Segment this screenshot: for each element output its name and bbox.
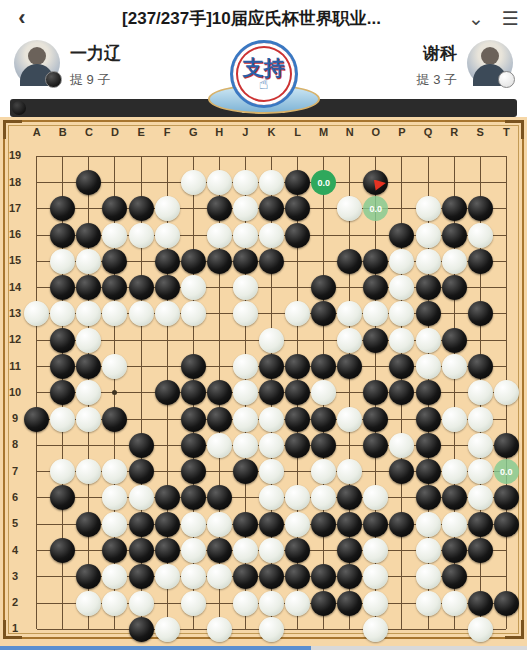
- row-label: 10: [2, 386, 28, 398]
- white-stone: [416, 538, 441, 563]
- black-stone: [363, 328, 388, 353]
- black-stone: [50, 485, 75, 510]
- column-label: E: [132, 126, 150, 138]
- row-label: 5: [2, 517, 28, 529]
- white-stone: [102, 223, 127, 248]
- column-label: T: [497, 126, 515, 138]
- white-stone: [337, 328, 362, 353]
- white-stone: [102, 354, 127, 379]
- white-stone: [129, 591, 154, 616]
- white-stone: [442, 354, 467, 379]
- eval-marker: 0.0: [311, 170, 336, 195]
- black-stone: [311, 591, 336, 616]
- column-label: C: [80, 126, 98, 138]
- black-stone: [181, 407, 206, 432]
- black-stone: [129, 459, 154, 484]
- white-stone: [181, 538, 206, 563]
- page-title: [237/237手]10届应氏杯世界职业...: [44, 7, 459, 30]
- black-stone: [416, 380, 441, 405]
- black-stone: [181, 485, 206, 510]
- black-stone: [442, 223, 467, 248]
- replay-scrubber[interactable]: [0, 646, 527, 650]
- black-stone: [416, 407, 441, 432]
- black-stone: [207, 407, 232, 432]
- black-stone: [102, 538, 127, 563]
- black-player-captures: 提 9 子: [70, 71, 121, 89]
- black-stone: [285, 380, 310, 405]
- white-stone: [494, 380, 519, 405]
- white-stone: [207, 617, 232, 642]
- white-stone: [259, 407, 284, 432]
- white-stone-badge: [498, 71, 515, 88]
- black-stone: [416, 433, 441, 458]
- white-stone: [285, 591, 310, 616]
- black-stone: [285, 223, 310, 248]
- black-stone: [50, 538, 75, 563]
- black-stone: [233, 249, 258, 274]
- white-stone: [259, 485, 284, 510]
- black-stone: [416, 485, 441, 510]
- black-stone: [311, 407, 336, 432]
- white-stone: [102, 485, 127, 510]
- white-stone: [259, 617, 284, 642]
- black-player: 一力辽 提 9 子: [14, 40, 121, 89]
- row-label: 15: [2, 254, 28, 266]
- white-stone: [468, 459, 493, 484]
- white-stone: [102, 591, 127, 616]
- black-stone: [259, 512, 284, 537]
- back-icon[interactable]: ‹: [0, 0, 44, 36]
- black-stone: [311, 354, 336, 379]
- white-stone: [76, 407, 101, 432]
- support-logo: 支持 ☝: [209, 40, 319, 114]
- white-stone: [416, 223, 441, 248]
- goban[interactable]: ABCDEFGHJKLMNOPQRST191817161514131211109…: [0, 117, 527, 646]
- black-stone: [50, 380, 75, 405]
- black-stone: [155, 485, 180, 510]
- black-stone: [389, 459, 414, 484]
- white-stone: [233, 170, 258, 195]
- column-label: D: [106, 126, 124, 138]
- eval-marker: 0.0: [494, 459, 519, 484]
- black-stone: [155, 538, 180, 563]
- black-stone: [337, 485, 362, 510]
- black-stone: [50, 275, 75, 300]
- black-stone: [363, 275, 388, 300]
- eval-marker: 0.0: [363, 196, 388, 221]
- black-stone: [389, 354, 414, 379]
- black-stone: [285, 538, 310, 563]
- black-stone: [468, 538, 493, 563]
- white-stone: [389, 433, 414, 458]
- white-player-name: 谢科: [417, 42, 457, 65]
- black-stone: [207, 538, 232, 563]
- black-stone: [233, 564, 258, 589]
- white-stone: [50, 459, 75, 484]
- star-point: [112, 390, 117, 395]
- column-label: B: [54, 126, 72, 138]
- row-label: 2: [2, 596, 28, 608]
- black-stone: [442, 328, 467, 353]
- row-label: 18: [2, 176, 28, 188]
- black-stone: [468, 512, 493, 537]
- black-stone: [155, 275, 180, 300]
- column-label: P: [393, 126, 411, 138]
- black-stone: [233, 459, 258, 484]
- white-stone: [337, 301, 362, 326]
- white-stone: [468, 380, 493, 405]
- black-stone: [129, 564, 154, 589]
- white-stone: [181, 564, 206, 589]
- black-stone: [207, 249, 232, 274]
- black-stone: [207, 196, 232, 221]
- white-stone: [416, 249, 441, 274]
- white-stone: [102, 301, 127, 326]
- row-label: 14: [2, 281, 28, 293]
- white-stone: [207, 564, 232, 589]
- white-stone: [233, 407, 258, 432]
- black-stone: [259, 249, 284, 274]
- black-stone: [181, 249, 206, 274]
- black-stone: [363, 433, 388, 458]
- black-stone: [50, 196, 75, 221]
- white-stone: [468, 407, 493, 432]
- black-stone: [181, 354, 206, 379]
- white-stone: [259, 538, 284, 563]
- row-label: 17: [2, 202, 28, 214]
- black-stone: [442, 196, 467, 221]
- black-stone: [76, 223, 101, 248]
- white-stone: [285, 485, 310, 510]
- progress-stone-icon: [12, 101, 26, 115]
- black-stone: [494, 485, 519, 510]
- white-stone: [363, 564, 388, 589]
- column-label: H: [210, 126, 228, 138]
- white-stone: [416, 512, 441, 537]
- row-label: 7: [2, 465, 28, 477]
- black-stone: [389, 512, 414, 537]
- black-stone: [24, 407, 49, 432]
- black-stone: [363, 407, 388, 432]
- white-stone: [50, 407, 75, 432]
- black-stone: [181, 380, 206, 405]
- black-stone: [285, 433, 310, 458]
- black-stone-badge: [45, 71, 62, 88]
- white-stone: [207, 433, 232, 458]
- black-stone: [129, 617, 154, 642]
- black-stone: [76, 512, 101, 537]
- black-stone: [129, 512, 154, 537]
- black-stone: [285, 170, 310, 195]
- white-stone: [442, 591, 467, 616]
- white-stone: [416, 354, 441, 379]
- board-area: ABCDEFGHJKLMNOPQRST191817161514131211109…: [0, 117, 527, 646]
- black-stone: [468, 354, 493, 379]
- black-stone: [181, 459, 206, 484]
- row-label: 6: [2, 491, 28, 503]
- white-stone: [311, 380, 336, 405]
- menu-icon[interactable]: ☰: [493, 7, 527, 30]
- white-stone: [337, 196, 362, 221]
- black-stone: [76, 275, 101, 300]
- black-stone: [76, 564, 101, 589]
- black-player-name: 一力辽: [70, 42, 121, 65]
- black-stone: [76, 170, 101, 195]
- white-stone: [416, 564, 441, 589]
- white-player-captures: 提 3 子: [417, 71, 457, 89]
- column-label: Q: [419, 126, 437, 138]
- white-stone: [363, 301, 388, 326]
- black-stone: [285, 407, 310, 432]
- black-stone: [129, 433, 154, 458]
- row-label: 4: [2, 544, 28, 556]
- black-stone: [233, 512, 258, 537]
- white-stone: [102, 459, 127, 484]
- column-label: F: [158, 126, 176, 138]
- row-label: 19: [2, 149, 28, 161]
- white-stone: [155, 564, 180, 589]
- black-stone: [337, 512, 362, 537]
- black-stone: [416, 459, 441, 484]
- white-stone: [259, 459, 284, 484]
- white-stone: [389, 249, 414, 274]
- column-label: K: [263, 126, 281, 138]
- black-stone: [259, 564, 284, 589]
- column-label: R: [445, 126, 463, 138]
- black-stone: [285, 564, 310, 589]
- white-stone: [76, 328, 101, 353]
- white-stone: [155, 301, 180, 326]
- row-label: 1: [2, 622, 28, 634]
- black-stone: [50, 328, 75, 353]
- black-stone: [207, 485, 232, 510]
- black-stone: [468, 196, 493, 221]
- white-stone: [259, 328, 284, 353]
- white-stone: [337, 407, 362, 432]
- black-stone: [494, 433, 519, 458]
- column-label: G: [184, 126, 202, 138]
- white-stone: [285, 512, 310, 537]
- black-stone: [494, 591, 519, 616]
- black-stone: [102, 275, 127, 300]
- black-stone: [468, 301, 493, 326]
- column-label: S: [471, 126, 489, 138]
- white-stone: [259, 591, 284, 616]
- black-stone: [102, 249, 127, 274]
- white-stone: [363, 591, 388, 616]
- black-stone: [50, 354, 75, 379]
- white-stone: [181, 591, 206, 616]
- black-stone: [442, 275, 467, 300]
- black-stone: [468, 249, 493, 274]
- white-stone: [102, 512, 127, 537]
- white-stone: [233, 354, 258, 379]
- black-player-avatar: [14, 40, 60, 86]
- hand-icon: ☝: [259, 74, 269, 93]
- black-stone: [442, 485, 467, 510]
- black-stone: [102, 407, 127, 432]
- white-stone: [233, 380, 258, 405]
- black-stone: [363, 512, 388, 537]
- column-label: A: [28, 126, 46, 138]
- white-stone: [233, 223, 258, 248]
- white-stone: [76, 301, 101, 326]
- white-stone: [207, 512, 232, 537]
- white-stone: [363, 617, 388, 642]
- white-stone: [233, 591, 258, 616]
- black-stone: [468, 591, 493, 616]
- white-stone: [416, 328, 441, 353]
- white-stone: [129, 301, 154, 326]
- white-stone: [416, 591, 441, 616]
- black-stone: [285, 196, 310, 221]
- black-stone: [155, 249, 180, 274]
- white-stone: [129, 223, 154, 248]
- black-stone: [337, 564, 362, 589]
- white-stone: [129, 485, 154, 510]
- white-player-avatar: [467, 40, 513, 86]
- white-stone: [442, 407, 467, 432]
- white-stone: [442, 512, 467, 537]
- white-stone: [24, 301, 49, 326]
- black-stone: [129, 275, 154, 300]
- white-stone: [389, 328, 414, 353]
- row-label: 3: [2, 570, 28, 582]
- black-stone: [494, 512, 519, 537]
- white-stone: [468, 223, 493, 248]
- column-label: L: [289, 126, 307, 138]
- black-stone: [259, 354, 284, 379]
- white-stone: [155, 617, 180, 642]
- black-stone: [259, 380, 284, 405]
- top-bar: ‹ [237/237手]10届应氏杯世界职业... ⌄ ☰: [0, 0, 527, 36]
- black-stone: [389, 223, 414, 248]
- white-stone: [442, 249, 467, 274]
- black-stone: [416, 275, 441, 300]
- black-stone: [311, 275, 336, 300]
- white-stone: [468, 485, 493, 510]
- black-stone: [311, 564, 336, 589]
- black-stone: [155, 380, 180, 405]
- white-stone: [207, 170, 232, 195]
- white-stone: [207, 223, 232, 248]
- black-stone: [311, 512, 336, 537]
- black-stone: [129, 196, 154, 221]
- white-stone: [181, 512, 206, 537]
- black-stone: [363, 380, 388, 405]
- black-stone: [337, 354, 362, 379]
- black-stone: [102, 196, 127, 221]
- white-stone: [155, 196, 180, 221]
- white-stone: [233, 538, 258, 563]
- black-stone: [363, 249, 388, 274]
- black-stone: [311, 433, 336, 458]
- black-stone: [155, 512, 180, 537]
- row-label: 12: [2, 333, 28, 345]
- black-stone: [337, 591, 362, 616]
- black-stone: [129, 538, 154, 563]
- white-stone: [102, 564, 127, 589]
- white-stone: [181, 301, 206, 326]
- column-label: O: [367, 126, 385, 138]
- white-stone: [76, 591, 101, 616]
- white-stone: [442, 459, 467, 484]
- black-stone: [337, 249, 362, 274]
- white-player: 谢科 提 3 子: [417, 40, 513, 89]
- white-stone: [233, 196, 258, 221]
- white-stone: [468, 617, 493, 642]
- white-stone: [389, 275, 414, 300]
- white-stone: [50, 249, 75, 274]
- black-stone: [442, 538, 467, 563]
- white-stone: [155, 223, 180, 248]
- black-stone: [442, 564, 467, 589]
- black-stone: [259, 196, 284, 221]
- column-label: N: [341, 126, 359, 138]
- white-stone: [389, 301, 414, 326]
- white-stone: [363, 485, 388, 510]
- white-stone: [76, 459, 101, 484]
- white-stone: [468, 433, 493, 458]
- black-stone: [389, 380, 414, 405]
- white-stone: [233, 433, 258, 458]
- white-stone: [363, 538, 388, 563]
- black-stone: [285, 354, 310, 379]
- black-stone: [416, 301, 441, 326]
- white-stone: [337, 459, 362, 484]
- white-stone: [311, 485, 336, 510]
- white-stone: [259, 223, 284, 248]
- column-label: J: [236, 126, 254, 138]
- black-stone: [207, 380, 232, 405]
- white-stone: [233, 275, 258, 300]
- white-stone: [50, 301, 75, 326]
- white-stone: [416, 196, 441, 221]
- white-stone: [76, 380, 101, 405]
- white-stone: [285, 301, 310, 326]
- white-stone: [311, 459, 336, 484]
- row-label: 11: [2, 360, 28, 372]
- black-stone: [337, 538, 362, 563]
- chevron-down-icon[interactable]: ⌄: [459, 7, 493, 30]
- black-stone: [311, 301, 336, 326]
- row-label: 8: [2, 438, 28, 450]
- white-stone: [233, 301, 258, 326]
- black-stone: [50, 223, 75, 248]
- white-stone: [76, 249, 101, 274]
- replay-scrubber-fill: [0, 646, 311, 650]
- white-stone: [181, 275, 206, 300]
- column-label: M: [315, 126, 333, 138]
- white-stone: [259, 170, 284, 195]
- row-label: 16: [2, 228, 28, 240]
- white-stone: [181, 170, 206, 195]
- black-stone: [76, 354, 101, 379]
- white-stone: [259, 433, 284, 458]
- black-stone: [181, 433, 206, 458]
